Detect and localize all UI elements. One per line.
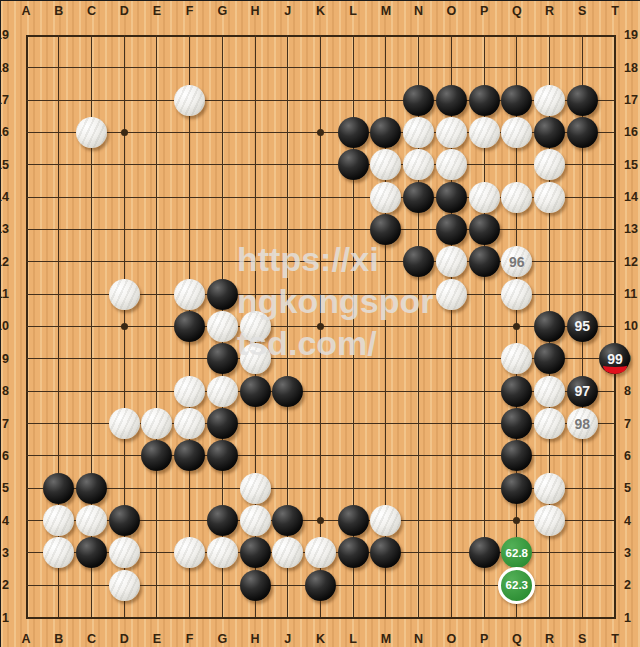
coord-label-top: Q (507, 4, 527, 18)
coord-label-right: 2 (624, 578, 640, 592)
stone-black-o13 (436, 214, 467, 245)
coord-label-top: D (114, 4, 134, 18)
coord-label-left: 6 (0, 449, 9, 463)
coord-label-bottom: K (310, 632, 330, 646)
stone-white-p14 (469, 182, 500, 213)
grid-line-vertical (26, 35, 28, 618)
stone-black-n12 (403, 246, 434, 277)
stone-white-h9 (240, 343, 271, 374)
coord-label-left: 4 (0, 514, 9, 528)
coord-label-left: 2 (0, 578, 9, 592)
stone-white-r7 (534, 408, 565, 439)
grid-line-vertical (156, 35, 157, 618)
stone-black-c3 (76, 537, 107, 568)
stone-white-g8 (207, 376, 238, 407)
stone-black-s10: 95 (567, 311, 598, 342)
stone-black-p12 (469, 246, 500, 277)
coord-label-left: 16 (0, 125, 9, 139)
stone-black-d4 (109, 505, 140, 536)
coord-label-top: E (147, 4, 167, 18)
coord-label-bottom: C (81, 632, 101, 646)
stone-black-l4 (338, 505, 369, 536)
coord-label-left: 17 (0, 93, 9, 107)
coord-label-right: 7 (624, 417, 640, 431)
stone-white-m15 (370, 149, 401, 180)
coord-label-top: F (180, 4, 200, 18)
coord-label-top: C (81, 4, 101, 18)
coord-label-left: 12 (0, 255, 9, 269)
coord-label-bottom: R (540, 632, 560, 646)
stone-black-c5 (76, 473, 107, 504)
stone-black-s17 (567, 85, 598, 116)
stone-white-p16 (469, 117, 500, 148)
coord-label-right: 3 (624, 546, 640, 560)
coord-label-top: L (343, 4, 363, 18)
stone-white-q12: 96 (501, 246, 532, 277)
coord-label-left: 10 (0, 319, 9, 333)
coord-label-left: 18 (0, 61, 9, 75)
stone-white-q11 (501, 279, 532, 310)
stone-white-r14 (534, 182, 565, 213)
stone-white-j3 (272, 537, 303, 568)
stone-white-f11 (174, 279, 205, 310)
stone-black-l3 (338, 537, 369, 568)
stone-white-o16 (436, 117, 467, 148)
stone-black-p3 (469, 537, 500, 568)
stone-black-g6 (207, 440, 238, 471)
grid-line-horizontal (26, 617, 616, 619)
coord-label-top: S (572, 4, 592, 18)
coord-label-right: 18 (624, 61, 640, 75)
stone-white-d2 (109, 570, 140, 601)
coord-label-bottom: Q (507, 632, 527, 646)
stone-white-g10 (207, 311, 238, 342)
star-point (317, 517, 324, 524)
ai-suggestion-q3[interactable]: 62.8 (501, 537, 532, 568)
stone-white-r17 (534, 85, 565, 116)
stone-black-n14 (403, 182, 434, 213)
stone-black-b5 (43, 473, 74, 504)
stone-white-o15 (436, 149, 467, 180)
coord-label-right: 16 (624, 125, 640, 139)
stone-black-g9 (207, 343, 238, 374)
grid-line-horizontal (26, 67, 616, 68)
stone-white-h5 (240, 473, 271, 504)
stone-black-f10 (174, 311, 205, 342)
stone-black-r16 (534, 117, 565, 148)
stone-black-q6 (501, 440, 532, 471)
coord-label-bottom: P (474, 632, 494, 646)
stone-black-j8 (272, 376, 303, 407)
stone-black-q17 (501, 85, 532, 116)
stone-black-q8 (501, 376, 532, 407)
stone-white-c4 (76, 505, 107, 536)
stone-black-m3 (370, 537, 401, 568)
stone-black-q7 (501, 408, 532, 439)
stone-black-k2 (305, 570, 336, 601)
stone-white-h10 (240, 311, 271, 342)
coord-label-right: 6 (624, 449, 640, 463)
coord-label-right: 10 (624, 319, 640, 333)
coord-label-right: 8 (624, 384, 640, 398)
coord-label-bottom: H (245, 632, 265, 646)
coord-label-left: 9 (0, 352, 9, 366)
goban[interactable]: AABBCCDDEEFFGGHHJJKKLLMMNNOOPPQQRRSSTT19… (1, 1, 640, 647)
coord-label-top: K (310, 4, 330, 18)
stone-black-l16 (338, 117, 369, 148)
star-point (513, 517, 520, 524)
grid-line-horizontal (26, 164, 616, 165)
coord-label-left: 14 (0, 190, 9, 204)
coord-label-right: 19 (624, 28, 640, 42)
coord-label-left: 1 (0, 611, 9, 625)
stone-black-s8: 97 (567, 376, 598, 407)
stone-black-m13 (370, 214, 401, 245)
coord-label-bottom: E (147, 632, 167, 646)
stone-white-q14 (501, 182, 532, 213)
ai-suggestion-q2[interactable]: 62.3 (498, 567, 535, 604)
stone-white-r4 (534, 505, 565, 536)
star-point (317, 129, 324, 136)
stone-black-t9: 99 (599, 343, 630, 374)
coord-label-left: 13 (0, 222, 9, 236)
stone-white-f8 (174, 376, 205, 407)
coord-label-left: 7 (0, 417, 9, 431)
coord-label-right: 14 (624, 190, 640, 204)
stone-white-b3 (43, 537, 74, 568)
stone-white-e7 (141, 408, 172, 439)
coord-label-top: N (409, 4, 429, 18)
coord-label-right: 15 (624, 158, 640, 172)
coord-label-right: 4 (624, 514, 640, 528)
stone-white-m4 (370, 505, 401, 536)
last-move-marker (603, 357, 627, 374)
stone-white-c16 (76, 117, 107, 148)
coord-label-left: 15 (0, 158, 9, 172)
coord-label-bottom: T (605, 632, 625, 646)
stone-black-n17 (403, 85, 434, 116)
stone-white-k3 (305, 537, 336, 568)
stone-black-g4 (207, 505, 238, 536)
coord-label-right: 13 (624, 222, 640, 236)
coord-label-top: T (605, 4, 625, 18)
coord-label-right: 17 (624, 93, 640, 107)
stone-black-g11 (207, 279, 238, 310)
stone-white-h4 (240, 505, 271, 536)
stone-black-s16 (567, 117, 598, 148)
stone-white-b4 (43, 505, 74, 536)
stone-white-q9 (501, 343, 532, 374)
grid-line-horizontal (26, 229, 616, 230)
coord-label-right: 1 (624, 611, 640, 625)
coord-label-bottom: B (49, 632, 69, 646)
coord-label-left: 19 (0, 28, 9, 42)
move-number: 98 (574, 416, 590, 432)
coord-label-top: M (376, 4, 396, 18)
move-number: 96 (509, 254, 525, 270)
coord-label-right: 11 (624, 287, 640, 301)
coord-label-bottom: S (572, 632, 592, 646)
coord-label-bottom: N (409, 632, 429, 646)
stone-black-f6 (174, 440, 205, 471)
coord-label-bottom: A (16, 632, 36, 646)
coord-label-bottom: M (376, 632, 396, 646)
stone-white-f3 (174, 537, 205, 568)
coord-label-bottom: G (212, 632, 232, 646)
stone-white-r15 (534, 149, 565, 180)
stone-black-h2 (240, 570, 271, 601)
stone-white-s7: 98 (567, 408, 598, 439)
coord-label-top: J (278, 4, 298, 18)
stone-white-d11 (109, 279, 140, 310)
coord-label-top: H (245, 4, 265, 18)
coord-label-top: A (16, 4, 36, 18)
stone-white-f17 (174, 85, 205, 116)
go-board-screen: AABBCCDDEEFFGGHHJJKKLLMMNNOOPPQQRRSSTT19… (0, 0, 640, 647)
star-point (121, 323, 128, 330)
coord-label-top: B (49, 4, 69, 18)
coord-label-bottom: D (114, 632, 134, 646)
coord-label-left: 8 (0, 384, 9, 398)
stone-white-r5 (534, 473, 565, 504)
coord-label-right: 5 (624, 481, 640, 495)
coord-label-top: R (540, 4, 560, 18)
coord-label-bottom: L (343, 632, 363, 646)
stone-black-r9 (534, 343, 565, 374)
star-point (513, 323, 520, 330)
coord-label-left: 5 (0, 481, 9, 495)
stone-black-g7 (207, 408, 238, 439)
coord-label-top: P (474, 4, 494, 18)
grid-line-vertical (614, 35, 616, 618)
stone-white-m14 (370, 182, 401, 213)
grid-line-horizontal (26, 35, 616, 37)
stone-white-n15 (403, 149, 434, 180)
move-number: 97 (574, 383, 590, 399)
stone-white-r8 (534, 376, 565, 407)
stone-black-q5 (501, 473, 532, 504)
stone-black-o17 (436, 85, 467, 116)
stone-white-o11 (436, 279, 467, 310)
stone-black-h8 (240, 376, 271, 407)
coord-label-bottom: O (441, 632, 461, 646)
stone-black-e6 (141, 440, 172, 471)
stone-white-d7 (109, 408, 140, 439)
coord-label-bottom: J (278, 632, 298, 646)
stone-black-r10 (534, 311, 565, 342)
star-point (317, 323, 324, 330)
coord-label-left: 3 (0, 546, 9, 560)
stone-white-f7 (174, 408, 205, 439)
coord-label-top: G (212, 4, 232, 18)
stone-white-d3 (109, 537, 140, 568)
stone-black-o14 (436, 182, 467, 213)
stone-black-p17 (469, 85, 500, 116)
stone-white-o12 (436, 246, 467, 277)
stone-white-n16 (403, 117, 434, 148)
stone-black-p13 (469, 214, 500, 245)
stone-black-h3 (240, 537, 271, 568)
stone-white-q16 (501, 117, 532, 148)
move-number: 95 (574, 318, 590, 334)
coord-label-right: 12 (624, 255, 640, 269)
stone-black-j4 (272, 505, 303, 536)
coord-label-bottom: F (180, 632, 200, 646)
star-point (121, 129, 128, 136)
stone-white-g3 (207, 537, 238, 568)
stone-black-l15 (338, 149, 369, 180)
coord-label-left: 11 (0, 287, 9, 301)
coord-label-top: O (441, 4, 461, 18)
stone-black-m16 (370, 117, 401, 148)
